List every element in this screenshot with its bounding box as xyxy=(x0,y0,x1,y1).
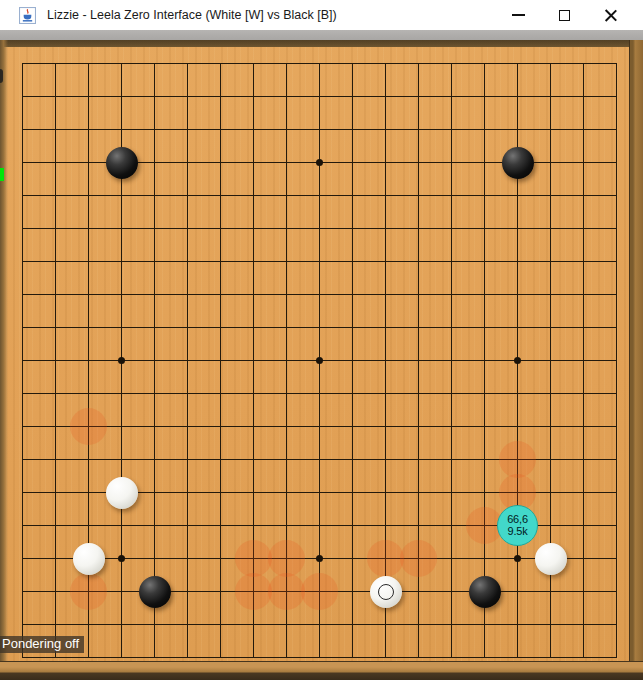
black-stone-Q16[interactable] xyxy=(502,147,534,179)
candidate-move-H4[interactable] xyxy=(235,540,272,577)
star-point xyxy=(118,555,125,562)
star-point xyxy=(514,357,521,364)
left-edge-notch xyxy=(0,69,3,83)
green-position-marker xyxy=(0,168,4,181)
black-stone-E3[interactable] xyxy=(139,576,171,608)
title-bar: Lizzie - Leela Zero Interface (White [W]… xyxy=(0,0,643,30)
go-board[interactable]: 66,69.5k Pondering off xyxy=(0,40,643,680)
black-stone-D16[interactable] xyxy=(106,147,138,179)
board-edge-top xyxy=(0,40,643,47)
pondering-status: Pondering off xyxy=(0,636,84,653)
candidate-move-K3[interactable] xyxy=(301,573,338,610)
maximize-icon xyxy=(559,10,570,21)
candidate-move-C3[interactable] xyxy=(70,573,107,610)
board-edge-bottom xyxy=(0,661,643,680)
candidate-move-Q7[interactable] xyxy=(499,441,536,478)
close-icon xyxy=(603,8,618,23)
best-move-winrate: 66,6 xyxy=(507,514,528,526)
star-point xyxy=(316,159,323,166)
best-move-visits: 9.5k xyxy=(508,526,528,538)
board-edge-left xyxy=(0,40,8,680)
candidate-move-M4[interactable] xyxy=(367,540,404,577)
candidate-move-C8[interactable] xyxy=(70,408,107,445)
last-move-marker xyxy=(378,584,394,600)
minimize-icon xyxy=(512,14,525,16)
star-point xyxy=(514,555,521,562)
black-stone-P3[interactable] xyxy=(469,576,501,608)
candidate-move-J4[interactable] xyxy=(268,540,305,577)
window-controls xyxy=(495,0,643,30)
close-button[interactable] xyxy=(587,0,633,30)
white-stone-D6[interactable] xyxy=(106,477,138,509)
white-stone-M3[interactable] xyxy=(370,576,402,608)
maximize-button[interactable] xyxy=(541,0,587,30)
java-app-icon xyxy=(19,7,36,24)
go-board-grid[interactable]: 66,69.5k xyxy=(6,47,633,674)
candidate-move-N4[interactable] xyxy=(400,540,437,577)
candidate-move-H3[interactable] xyxy=(235,573,272,610)
window-inner-strip xyxy=(0,30,643,40)
lizzie-window: Lizzie - Leela Zero Interface (White [W]… xyxy=(0,0,643,680)
board-edge-right xyxy=(629,40,643,680)
window-title: Lizzie - Leela Zero Interface (White [W]… xyxy=(47,8,337,22)
white-stone-R4[interactable] xyxy=(535,543,567,575)
star-point xyxy=(118,357,125,364)
minimize-button[interactable] xyxy=(495,0,541,30)
best-move-suggestion-Q5[interactable]: 66,69.5k xyxy=(497,505,538,546)
star-point xyxy=(316,357,323,364)
white-stone-C4[interactable] xyxy=(73,543,105,575)
candidate-move-J3[interactable] xyxy=(268,573,305,610)
star-point xyxy=(316,555,323,562)
